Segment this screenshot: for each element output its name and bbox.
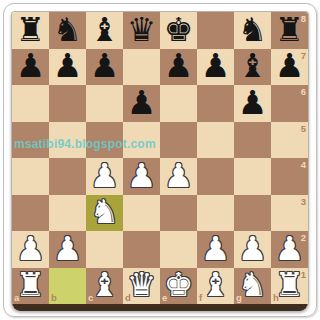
- square-h1[interactable]: ♜h1: [271, 268, 308, 305]
- square-c3[interactable]: ♞: [86, 195, 123, 232]
- square-f7[interactable]: ♟: [197, 49, 234, 86]
- square-g8[interactable]: ♞: [234, 12, 271, 49]
- piece-white-rook[interactable]: ♜: [16, 268, 46, 301]
- piece-white-king[interactable]: ♚: [164, 268, 194, 301]
- piece-black-bishop[interactable]: ♝: [90, 13, 120, 46]
- piece-white-pawn[interactable]: ♟: [201, 232, 231, 265]
- coord-rank-6: 6: [301, 87, 306, 97]
- square-a7[interactable]: ♟: [12, 49, 49, 86]
- square-c6[interactable]: [86, 85, 123, 122]
- square-g1[interactable]: ♞g: [234, 268, 271, 305]
- square-d4[interactable]: ♟: [123, 158, 160, 195]
- square-c2[interactable]: [86, 231, 123, 268]
- square-a3[interactable]: [12, 195, 49, 232]
- square-g5[interactable]: [234, 122, 271, 159]
- square-a2[interactable]: ♟: [12, 231, 49, 268]
- square-h5[interactable]: 5: [271, 122, 308, 159]
- square-e3[interactable]: [160, 195, 197, 232]
- coord-file-h: h: [273, 293, 279, 303]
- square-h4[interactable]: 4: [271, 158, 308, 195]
- square-d2[interactable]: [123, 231, 160, 268]
- square-e7[interactable]: ♟: [160, 49, 197, 86]
- coord-rank-5: 5: [301, 124, 306, 134]
- square-h3[interactable]: 3: [271, 195, 308, 232]
- coord-rank-8: 8: [301, 14, 306, 24]
- piece-white-queen[interactable]: ♛: [127, 268, 157, 301]
- square-g6[interactable]: ♟: [234, 85, 271, 122]
- piece-black-knight[interactable]: ♞: [238, 13, 268, 46]
- square-d3[interactable]: [123, 195, 160, 232]
- piece-white-pawn[interactable]: ♟: [53, 232, 83, 265]
- square-a1[interactable]: ♜a: [12, 268, 49, 305]
- square-h2[interactable]: ♟2: [271, 231, 308, 268]
- piece-black-pawn[interactable]: ♟: [16, 49, 46, 82]
- piece-black-knight[interactable]: ♞: [53, 13, 83, 46]
- coord-rank-3: 3: [301, 197, 306, 207]
- square-a8[interactable]: ♜: [12, 12, 49, 49]
- coord-rank-1: 1: [301, 270, 306, 280]
- piece-white-knight[interactable]: ♞: [90, 195, 120, 228]
- coord-rank-7: 7: [301, 51, 306, 61]
- square-c8[interactable]: ♝: [86, 12, 123, 49]
- piece-white-pawn[interactable]: ♟: [164, 159, 194, 192]
- piece-white-bishop[interactable]: ♝: [90, 268, 120, 301]
- piece-black-bishop[interactable]: ♝: [238, 49, 268, 82]
- square-e5[interactable]: [160, 122, 197, 159]
- coord-file-b: b: [51, 293, 57, 303]
- square-c7[interactable]: ♟: [86, 49, 123, 86]
- square-g3[interactable]: [234, 195, 271, 232]
- coord-file-f: f: [199, 293, 202, 303]
- square-b1[interactable]: b: [49, 268, 86, 305]
- square-h6[interactable]: 6: [271, 85, 308, 122]
- chess-board: ♜♞♝♛♚♞♜8♟♟♟♟♟♝♟7♟♟65♟♟♟4♞3♟♟♟♟♟2♜ab♝c♛d♚…: [11, 11, 309, 311]
- square-f8[interactable]: [197, 12, 234, 49]
- square-f5[interactable]: [197, 122, 234, 159]
- square-a5[interactable]: [12, 122, 49, 159]
- square-f6[interactable]: [197, 85, 234, 122]
- piece-black-pawn[interactable]: ♟: [127, 86, 157, 119]
- square-c1[interactable]: ♝c: [86, 268, 123, 305]
- square-h8[interactable]: ♜8: [271, 12, 308, 49]
- piece-black-pawn[interactable]: ♟: [238, 86, 268, 119]
- piece-white-knight[interactable]: ♞: [238, 268, 268, 301]
- square-d1[interactable]: ♛d: [123, 268, 160, 305]
- piece-black-queen[interactable]: ♛: [127, 13, 157, 46]
- square-d5[interactable]: [123, 122, 160, 159]
- square-e1[interactable]: ♚e: [160, 268, 197, 305]
- square-d8[interactable]: ♛: [123, 12, 160, 49]
- coord-file-a: a: [14, 293, 19, 303]
- square-g4[interactable]: [234, 158, 271, 195]
- piece-black-pawn[interactable]: ♟: [164, 49, 194, 82]
- coord-rank-4: 4: [301, 160, 306, 170]
- square-g2[interactable]: ♟: [234, 231, 271, 268]
- square-f3[interactable]: [197, 195, 234, 232]
- square-e6[interactable]: [160, 85, 197, 122]
- square-c5[interactable]: [86, 122, 123, 159]
- square-d7[interactable]: [123, 49, 160, 86]
- square-d6[interactable]: ♟: [123, 85, 160, 122]
- board-grid: ♜♞♝♛♚♞♜8♟♟♟♟♟♝♟7♟♟65♟♟♟4♞3♟♟♟♟♟2♜ab♝c♛d♚…: [12, 12, 308, 304]
- piece-black-pawn[interactable]: ♟: [90, 49, 120, 82]
- square-e4[interactable]: ♟: [160, 158, 197, 195]
- piece-black-pawn[interactable]: ♟: [201, 49, 231, 82]
- square-c4[interactable]: ♟: [86, 158, 123, 195]
- square-b8[interactable]: ♞: [49, 12, 86, 49]
- piece-white-pawn[interactable]: ♟: [90, 159, 120, 192]
- coord-file-c: c: [88, 293, 93, 303]
- piece-black-king[interactable]: ♚: [164, 13, 194, 46]
- coord-rank-2: 2: [301, 233, 306, 243]
- square-e8[interactable]: ♚: [160, 12, 197, 49]
- square-a6[interactable]: [12, 85, 49, 122]
- square-f2[interactable]: ♟: [197, 231, 234, 268]
- square-e2[interactable]: [160, 231, 197, 268]
- coord-file-g: g: [236, 293, 242, 303]
- piece-white-pawn[interactable]: ♟: [16, 232, 46, 265]
- piece-black-rook[interactable]: ♜: [16, 13, 46, 46]
- piece-black-pawn[interactable]: ♟: [53, 49, 83, 82]
- square-b4[interactable]: [49, 158, 86, 195]
- coord-file-d: d: [125, 293, 131, 303]
- square-a4[interactable]: [12, 158, 49, 195]
- piece-white-bishop[interactable]: ♝: [201, 268, 231, 301]
- square-h7[interactable]: ♟7: [271, 49, 308, 86]
- piece-white-pawn[interactable]: ♟: [127, 159, 157, 192]
- square-b6[interactable]: [49, 85, 86, 122]
- square-b7[interactable]: ♟: [49, 49, 86, 86]
- board-bottom-edge: [12, 304, 308, 311]
- square-b2[interactable]: ♟: [49, 231, 86, 268]
- square-b3[interactable]: [49, 195, 86, 232]
- square-f1[interactable]: ♝f: [197, 268, 234, 305]
- square-g7[interactable]: ♝: [234, 49, 271, 86]
- square-f4[interactable]: [197, 158, 234, 195]
- piece-white-pawn[interactable]: ♟: [238, 232, 268, 265]
- coord-file-e: e: [162, 293, 167, 303]
- square-b5[interactable]: [49, 122, 86, 159]
